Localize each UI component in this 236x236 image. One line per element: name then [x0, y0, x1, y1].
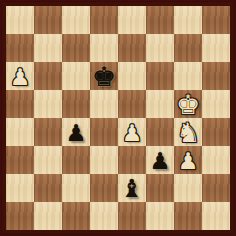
square-b2[interactable]: [34, 174, 62, 202]
square-c7[interactable]: [62, 34, 90, 62]
square-f6[interactable]: [146, 62, 174, 90]
square-g7[interactable]: [174, 34, 202, 62]
square-d3[interactable]: [90, 146, 118, 174]
square-d8[interactable]: [90, 6, 118, 34]
square-d5[interactable]: [90, 90, 118, 118]
square-d1[interactable]: [90, 202, 118, 230]
square-e3[interactable]: [118, 146, 146, 174]
square-b7[interactable]: [34, 34, 62, 62]
square-e6[interactable]: [118, 62, 146, 90]
square-f5[interactable]: [146, 90, 174, 118]
piece-black-king[interactable]: ♚: [92, 63, 116, 91]
square-a6[interactable]: ♟: [6, 62, 34, 90]
square-e4[interactable]: ♟: [118, 118, 146, 146]
square-b5[interactable]: [34, 90, 62, 118]
square-b1[interactable]: [34, 202, 62, 230]
square-d4[interactable]: [90, 118, 118, 146]
square-c2[interactable]: [62, 174, 90, 202]
square-c3[interactable]: [62, 146, 90, 174]
square-h1[interactable]: [202, 202, 230, 230]
square-g2[interactable]: [174, 174, 202, 202]
piece-white-pawn[interactable]: ♟: [10, 63, 31, 91]
square-g3[interactable]: ♟: [174, 146, 202, 174]
square-c8[interactable]: [62, 6, 90, 34]
square-c5[interactable]: [62, 90, 90, 118]
square-g6[interactable]: [174, 62, 202, 90]
square-e7[interactable]: [118, 34, 146, 62]
square-b6[interactable]: [34, 62, 62, 90]
square-h3[interactable]: [202, 146, 230, 174]
piece-black-bishop[interactable]: ♝: [121, 175, 143, 203]
square-h2[interactable]: [202, 174, 230, 202]
square-b8[interactable]: [34, 6, 62, 34]
square-g1[interactable]: [174, 202, 202, 230]
square-d6[interactable]: ♚: [90, 62, 118, 90]
piece-white-pawn[interactable]: ♟: [122, 119, 143, 147]
square-g5[interactable]: ♚: [174, 90, 202, 118]
square-h4[interactable]: [202, 118, 230, 146]
square-e5[interactable]: [118, 90, 146, 118]
square-a3[interactable]: [6, 146, 34, 174]
square-h8[interactable]: [202, 6, 230, 34]
square-e8[interactable]: [118, 6, 146, 34]
square-f4[interactable]: [146, 118, 174, 146]
piece-white-knight[interactable]: ♞: [176, 119, 200, 147]
square-d2[interactable]: [90, 174, 118, 202]
square-e1[interactable]: [118, 202, 146, 230]
square-a2[interactable]: [6, 174, 34, 202]
square-f1[interactable]: [146, 202, 174, 230]
square-f3[interactable]: ♟: [146, 146, 174, 174]
chess-board: ♟♚♚♟♟♞♟♟♝: [6, 6, 230, 230]
square-h7[interactable]: [202, 34, 230, 62]
square-f2[interactable]: [146, 174, 174, 202]
square-a5[interactable]: [6, 90, 34, 118]
piece-black-pawn[interactable]: ♟: [150, 147, 171, 175]
square-g8[interactable]: [174, 6, 202, 34]
square-c4[interactable]: ♟: [62, 118, 90, 146]
piece-white-king[interactable]: ♚: [176, 91, 200, 119]
square-a4[interactable]: [6, 118, 34, 146]
square-b3[interactable]: [34, 146, 62, 174]
square-a7[interactable]: [6, 34, 34, 62]
square-b4[interactable]: [34, 118, 62, 146]
square-d7[interactable]: [90, 34, 118, 62]
board-frame: ♟♚♚♟♟♞♟♟♝: [0, 0, 236, 236]
square-f7[interactable]: [146, 34, 174, 62]
square-c6[interactable]: [62, 62, 90, 90]
square-a8[interactable]: [6, 6, 34, 34]
square-g4[interactable]: ♞: [174, 118, 202, 146]
square-e2[interactable]: ♝: [118, 174, 146, 202]
piece-black-pawn[interactable]: ♟: [66, 119, 87, 147]
square-a1[interactable]: [6, 202, 34, 230]
piece-white-pawn[interactable]: ♟: [178, 147, 199, 175]
square-f8[interactable]: [146, 6, 174, 34]
square-c1[interactable]: [62, 202, 90, 230]
square-h5[interactable]: [202, 90, 230, 118]
square-h6[interactable]: [202, 62, 230, 90]
